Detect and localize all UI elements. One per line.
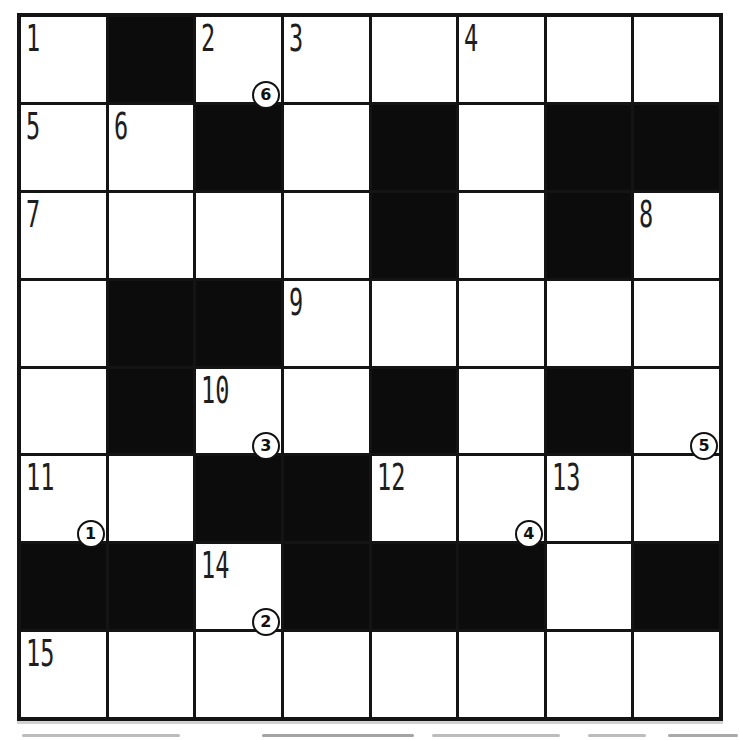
white-cell[interactable]	[547, 281, 632, 366]
white-cell[interactable]: 6	[109, 105, 194, 190]
black-cell	[109, 17, 194, 102]
clue-number: 5	[26, 107, 40, 145]
black-cell	[109, 281, 194, 366]
white-cell[interactable]	[634, 632, 719, 717]
black-cell	[196, 456, 281, 541]
white-cell[interactable]	[21, 369, 106, 454]
crossword-grid: 126345678910351111241314215	[17, 13, 723, 721]
white-cell[interactable]	[284, 369, 369, 454]
white-cell[interactable]	[634, 17, 719, 102]
white-cell[interactable]	[372, 632, 457, 717]
white-cell[interactable]: 5	[634, 369, 719, 454]
white-cell[interactable]: 26	[196, 17, 281, 102]
white-cell[interactable]	[547, 17, 632, 102]
white-cell[interactable]: 12	[372, 456, 457, 541]
clue-number: 3	[289, 19, 303, 57]
white-cell[interactable]: 5	[21, 105, 106, 190]
black-cell	[547, 369, 632, 454]
circled-number: 1	[77, 520, 105, 548]
white-cell[interactable]: 142	[196, 544, 281, 629]
clue-number: 8	[639, 195, 653, 233]
white-cell[interactable]: 111	[21, 456, 106, 541]
white-cell[interactable]	[372, 281, 457, 366]
clue-number: 14	[201, 546, 229, 584]
clue-number: 13	[552, 458, 580, 496]
clue-number: 6	[114, 107, 128, 145]
scan-artifact	[668, 734, 738, 737]
white-cell[interactable]	[196, 193, 281, 278]
black-cell	[372, 369, 457, 454]
white-cell[interactable]	[284, 105, 369, 190]
clue-number: 9	[289, 283, 303, 321]
clue-number: 10	[201, 371, 229, 409]
clue-number: 7	[26, 195, 40, 233]
white-cell[interactable]: 13	[547, 456, 632, 541]
black-cell	[634, 544, 719, 629]
white-cell[interactable]	[547, 544, 632, 629]
white-cell[interactable]	[109, 193, 194, 278]
clue-number: 15	[26, 634, 54, 672]
black-cell	[372, 193, 457, 278]
white-cell[interactable]: 8	[634, 193, 719, 278]
black-cell	[547, 193, 632, 278]
white-cell[interactable]	[459, 105, 544, 190]
clue-number: 2	[201, 19, 215, 57]
black-cell	[284, 456, 369, 541]
circled-number: 2	[252, 608, 280, 636]
black-cell	[372, 105, 457, 190]
white-cell[interactable]	[459, 369, 544, 454]
black-cell	[109, 544, 194, 629]
crossword-page: 126345678910351111241314215	[0, 0, 740, 740]
white-cell[interactable]	[459, 281, 544, 366]
clue-number: 12	[377, 458, 405, 496]
scan-artifact	[22, 734, 180, 737]
white-cell[interactable]	[284, 193, 369, 278]
clue-number: 1	[26, 19, 40, 57]
white-cell[interactable]	[196, 632, 281, 717]
black-cell	[547, 105, 632, 190]
white-cell[interactable]: 4	[459, 456, 544, 541]
black-cell	[372, 544, 457, 629]
white-cell[interactable]	[21, 281, 106, 366]
white-cell[interactable]: 3	[284, 17, 369, 102]
white-cell[interactable]	[284, 632, 369, 717]
black-cell	[196, 105, 281, 190]
white-cell[interactable]	[634, 281, 719, 366]
black-cell	[634, 105, 719, 190]
white-cell[interactable]: 7	[21, 193, 106, 278]
clue-number: 11	[26, 458, 54, 496]
white-cell[interactable]	[459, 193, 544, 278]
scan-artifact	[588, 734, 646, 737]
white-cell[interactable]	[109, 456, 194, 541]
white-cell[interactable]: 103	[196, 369, 281, 454]
white-cell[interactable]: 4	[459, 17, 544, 102]
white-cell[interactable]: 1	[21, 17, 106, 102]
white-cell[interactable]	[459, 632, 544, 717]
circled-number: 6	[252, 81, 280, 109]
white-cell[interactable]	[372, 17, 457, 102]
black-cell	[109, 369, 194, 454]
white-cell[interactable]	[109, 632, 194, 717]
circled-number: 4	[515, 520, 543, 548]
scan-artifact	[432, 734, 560, 737]
white-cell[interactable]: 9	[284, 281, 369, 366]
white-cell[interactable]: 15	[21, 632, 106, 717]
clue-number: 4	[464, 19, 478, 57]
black-cell	[21, 544, 106, 629]
black-cell	[459, 544, 544, 629]
white-cell[interactable]	[634, 456, 719, 541]
white-cell[interactable]	[547, 632, 632, 717]
scan-artifact	[262, 734, 414, 737]
black-cell	[284, 544, 369, 629]
black-cell	[196, 281, 281, 366]
